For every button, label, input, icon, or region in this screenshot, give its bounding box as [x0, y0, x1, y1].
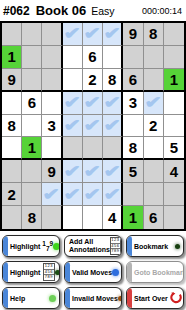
valid-move-check-icon: ✔: [84, 25, 102, 42]
cell-r7c3[interactable]: 9: [42, 160, 62, 183]
cell-r8c1[interactable]: 2: [2, 183, 22, 206]
cell-r7c9[interactable]: 4: [164, 160, 184, 183]
cell-r9c7[interactable]: 1: [123, 206, 143, 229]
cell-r3c5[interactable]: 2: [83, 69, 103, 92]
button-label: Highlight: [10, 243, 40, 250]
bookmark-button[interactable]: Bookmark: [126, 235, 184, 257]
annotations-grid-icon: 123 456 789: [43, 263, 54, 280]
cell-r6c7[interactable]: 8: [123, 137, 143, 160]
start-over-button[interactable]: Start Over: [126, 287, 184, 309]
icon-row: 789: [111, 249, 120, 253]
cell-r8c9[interactable]: [164, 183, 184, 206]
valid-move-check-icon: ✔: [63, 25, 81, 42]
cell-r1c6[interactable]: ✔: [103, 23, 123, 46]
difficulty-label: Easy: [91, 5, 114, 17]
cell-r3c9[interactable]: 1: [164, 69, 184, 92]
add-all-annotations-button[interactable]: Add All Annotations 123 456 789: [64, 235, 122, 257]
cell-r6c2[interactable]: 1: [22, 137, 42, 160]
valid-move-check-icon: ✔: [43, 186, 61, 203]
highlight-digits: 179: [42, 240, 53, 252]
led-indicator: [49, 295, 56, 302]
button-flap: [65, 288, 70, 308]
cell-r1c7[interactable]: 9: [123, 23, 143, 46]
valid-move-check-icon: ✔: [103, 94, 121, 111]
cell-r7c2[interactable]: [22, 160, 42, 183]
button-flap: [127, 288, 132, 308]
cell-r4c6[interactable]: ✔: [103, 92, 123, 115]
cell-r1c1[interactable]: [2, 23, 22, 46]
button-flap: [3, 288, 8, 308]
cell-r6c6[interactable]: [103, 137, 123, 160]
invalid-moves-button[interactable]: Invalid Moves: [64, 287, 122, 309]
cell-r9c2[interactable]: 8: [22, 206, 42, 229]
cell-r2c9[interactable]: [164, 46, 184, 69]
cell-r4c1[interactable]: [2, 92, 22, 115]
button-flap: [3, 236, 8, 256]
valid-move-check-icon: ✔: [84, 117, 102, 134]
annotations-grid-icon: 123 456 789: [110, 237, 121, 254]
cell-r5c6[interactable]: ✔: [103, 115, 123, 138]
valid-move-check-icon: ✔: [144, 94, 162, 111]
cell-r4c4[interactable]: ✔: [63, 92, 83, 115]
cell-r5c4[interactable]: ✔: [63, 115, 83, 138]
button-label: Goto Bookmark: [134, 269, 184, 276]
button-label: Add All: [69, 238, 110, 246]
cell-r6c8[interactable]: [144, 137, 164, 160]
cell-r9c6[interactable]: 4: [103, 206, 123, 229]
cell-r4c7[interactable]: 3: [123, 92, 143, 115]
cell-r1c5[interactable]: ✔: [83, 23, 103, 46]
cell-r2c8[interactable]: [144, 46, 164, 69]
goto-bookmark-button[interactable]: Goto Bookmark: [126, 261, 184, 283]
button-label: Invalid Moves: [72, 295, 118, 302]
help-button[interactable]: Help: [2, 287, 60, 309]
cell-r5c1[interactable]: 8: [2, 115, 22, 138]
cell-r9c4[interactable]: [63, 206, 83, 229]
button-flap: [127, 262, 132, 282]
cell-r8c6[interactable]: ✔: [103, 183, 123, 206]
cell-r5c2[interactable]: [22, 115, 42, 138]
cell-r1c2[interactable]: [22, 23, 42, 46]
puzzle-number: #062: [3, 4, 30, 18]
highlight-numbers-button[interactable]: Highlight 179: [2, 235, 60, 257]
led-indicator: [175, 244, 180, 249]
cell-r2c5[interactable]: 6: [83, 46, 103, 69]
valid-move-check-icon: ✔: [84, 94, 102, 111]
cell-r1c8[interactable]: 8: [144, 23, 164, 46]
highlight-annotations-button[interactable]: Highlight 123 456 789: [2, 261, 60, 283]
cell-r9c5[interactable]: [83, 206, 103, 229]
sudoku-grid: ✔✔✔9816928616✔✔✔3✔83✔✔✔21859✔✔✔542✔✔✔✔84…: [0, 21, 186, 231]
cell-r4c2[interactable]: 6: [22, 92, 42, 115]
cell-r2c3[interactable]: [42, 46, 62, 69]
button-label: Highlight: [10, 269, 40, 276]
cell-r4c5[interactable]: ✔: [83, 92, 103, 115]
valid-move-check-icon: ✔: [63, 186, 81, 203]
cell-r1c3[interactable]: [42, 23, 62, 46]
cell-r8c7[interactable]: [123, 183, 143, 206]
icon-row: 789: [44, 275, 53, 279]
valid-move-check-icon: ✔: [63, 117, 81, 134]
cell-r3c1[interactable]: 9: [2, 69, 22, 92]
led-indicator: [118, 296, 122, 301]
button-label: Help: [10, 295, 25, 302]
valid-moves-button[interactable]: Valid Moves: [64, 261, 122, 283]
cell-r6c5[interactable]: [83, 137, 103, 160]
valid-move-check-icon: ✔: [103, 117, 121, 134]
valid-move-check-icon: ✔: [84, 163, 102, 180]
cell-r8c4[interactable]: ✔: [63, 183, 83, 206]
cell-r7c1[interactable]: [2, 160, 22, 183]
cell-r6c4[interactable]: [63, 137, 83, 160]
cell-r6c3[interactable]: [42, 137, 62, 160]
cell-r8c3[interactable]: ✔: [42, 183, 62, 206]
cell-r6c9[interactable]: 5: [164, 137, 184, 160]
valid-move-check-icon: ✔: [84, 186, 102, 203]
book-title: Book 06: [36, 3, 87, 18]
cell-r5c8[interactable]: 2: [144, 115, 164, 138]
cell-r8c8[interactable]: [144, 183, 164, 206]
cell-r4c9[interactable]: [164, 92, 184, 115]
cell-r9c1[interactable]: [2, 206, 22, 229]
button-flap: [65, 262, 70, 282]
valid-move-check-icon: ✔: [63, 163, 81, 180]
toolbar: Highlight 179 Add All Annotations 123 45…: [0, 235, 186, 309]
cell-r7c6[interactable]: ✔: [103, 160, 123, 183]
timer: 000:00:14: [142, 6, 183, 16]
cell-r5c9[interactable]: [164, 115, 184, 138]
valid-move-check-icon: ✔: [103, 25, 121, 42]
cell-r7c4[interactable]: ✔: [63, 160, 83, 183]
cell-r9c8[interactable]: 6: [144, 206, 164, 229]
restart-arrow-icon: [168, 291, 182, 305]
cell-r3c3[interactable]: [42, 69, 62, 92]
button-label: Bookmark: [134, 243, 168, 250]
cell-r1c9[interactable]: [164, 23, 184, 46]
cell-r5c3[interactable]: 3: [42, 115, 62, 138]
cell-r3c7[interactable]: 6: [123, 69, 143, 92]
cell-r7c5[interactable]: ✔: [83, 160, 103, 183]
cell-r2c6[interactable]: [103, 46, 123, 69]
cell-r9c3[interactable]: [42, 206, 62, 229]
cell-r8c5[interactable]: ✔: [83, 183, 103, 206]
cell-r4c8[interactable]: ✔: [144, 92, 164, 115]
cell-r6c1[interactable]: [2, 137, 22, 160]
button-label: Annotations: [69, 246, 110, 254]
cell-r3c4[interactable]: [63, 69, 83, 92]
button-flap: [127, 236, 132, 256]
led-indicator: [55, 270, 60, 275]
led-indicator: [112, 269, 119, 276]
button-flap: [3, 262, 8, 282]
cell-r2c7[interactable]: [123, 46, 143, 69]
led-indicator: [53, 243, 60, 250]
cell-r7c7[interactable]: 5: [123, 160, 143, 183]
valid-move-check-icon: ✔: [103, 163, 121, 180]
cell-r1c4[interactable]: ✔: [63, 23, 83, 46]
cell-r5c5[interactable]: ✔: [83, 115, 103, 138]
button-label: Start Over: [134, 295, 168, 302]
cell-r2c4[interactable]: [63, 46, 83, 69]
cell-r2c2[interactable]: [22, 46, 42, 69]
header-bar: #062 Book 06 Easy 000:00:14: [0, 0, 186, 21]
cell-r4c3[interactable]: [42, 92, 62, 115]
cell-r5c7[interactable]: [123, 115, 143, 138]
valid-move-check-icon: ✔: [103, 186, 121, 203]
cell-r3c6[interactable]: 8: [103, 69, 123, 92]
cell-r3c8[interactable]: [144, 69, 164, 92]
valid-move-check-icon: ✔: [63, 94, 81, 111]
cell-r7c8[interactable]: [144, 160, 164, 183]
cell-r9c9[interactable]: [164, 206, 184, 229]
cell-r3c2[interactable]: [22, 69, 42, 92]
cell-r8c2[interactable]: [22, 183, 42, 206]
cell-r2c1[interactable]: 1: [2, 46, 22, 69]
button-label: Valid Moves: [72, 269, 112, 276]
